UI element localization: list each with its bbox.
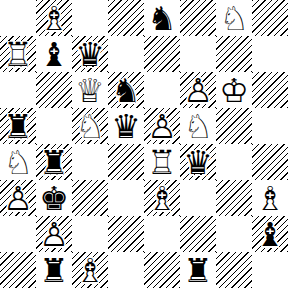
white-knight-a4-fill: ♞ bbox=[0, 144, 36, 180]
square-g8[interactable]: ♞♘ bbox=[216, 0, 252, 36]
square-d3[interactable] bbox=[108, 180, 144, 216]
black-king-b3: ♚ bbox=[36, 180, 72, 216]
white-knight-c5: ♘ bbox=[72, 108, 108, 144]
black-rook-a5: ♜ bbox=[0, 108, 36, 144]
square-d1[interactable] bbox=[108, 252, 144, 288]
white-pawn-e5-fill: ♟ bbox=[144, 108, 180, 144]
square-g5[interactable] bbox=[216, 108, 252, 144]
white-bishop-b8: ♗ bbox=[36, 0, 72, 36]
square-d6[interactable]: ♞ bbox=[108, 72, 144, 108]
square-f2[interactable] bbox=[180, 216, 216, 252]
square-b4[interactable]: ♜ bbox=[36, 144, 72, 180]
square-b3[interactable]: ♚ bbox=[36, 180, 72, 216]
square-e2[interactable] bbox=[144, 216, 180, 252]
square-a8[interactable] bbox=[0, 0, 36, 36]
square-a2[interactable] bbox=[0, 216, 36, 252]
square-a4[interactable]: ♞♘ bbox=[0, 144, 36, 180]
square-g1[interactable] bbox=[216, 252, 252, 288]
black-knight-e8: ♞ bbox=[144, 0, 180, 36]
square-b7[interactable]: ♝ bbox=[36, 36, 72, 72]
square-h4[interactable] bbox=[252, 144, 288, 180]
square-g3[interactable] bbox=[216, 180, 252, 216]
black-bishop-b7: ♝ bbox=[36, 36, 72, 72]
square-d8[interactable] bbox=[108, 0, 144, 36]
square-f4[interactable]: ♛ bbox=[180, 144, 216, 180]
white-bishop-c1: ♗ bbox=[72, 252, 108, 288]
square-g6[interactable]: ♚♔ bbox=[216, 72, 252, 108]
square-b6[interactable] bbox=[36, 72, 72, 108]
square-f3[interactable] bbox=[180, 180, 216, 216]
square-f7[interactable] bbox=[180, 36, 216, 72]
square-c8[interactable] bbox=[72, 0, 108, 36]
white-queen-c6: ♕ bbox=[72, 72, 108, 108]
square-e5[interactable]: ♟♙ bbox=[144, 108, 180, 144]
square-d2[interactable] bbox=[108, 216, 144, 252]
white-bishop-h3: ♗ bbox=[252, 180, 288, 216]
white-rook-e4-fill: ♜ bbox=[144, 144, 180, 180]
square-b5[interactable] bbox=[36, 108, 72, 144]
chess-board: ♝♗♞♞♘♜♖♝♛♛♕♞♟♙♚♔♜♞♘♛♟♙♞♘♞♘♜♜♖♛♟♙♚♝♗♝♗♟♙♝… bbox=[0, 0, 288, 288]
black-queen-c7: ♛ bbox=[72, 36, 108, 72]
black-knight-d6: ♞ bbox=[108, 72, 144, 108]
square-h1[interactable] bbox=[252, 252, 288, 288]
square-c6[interactable]: ♛♕ bbox=[72, 72, 108, 108]
square-e6[interactable] bbox=[144, 72, 180, 108]
square-f6[interactable]: ♟♙ bbox=[180, 72, 216, 108]
square-c7[interactable]: ♛ bbox=[72, 36, 108, 72]
square-h6[interactable] bbox=[252, 72, 288, 108]
square-e7[interactable] bbox=[144, 36, 180, 72]
white-pawn-f6-fill: ♟ bbox=[180, 72, 216, 108]
square-e8[interactable]: ♞ bbox=[144, 0, 180, 36]
white-bishop-e3-fill: ♝ bbox=[144, 180, 180, 216]
square-a3[interactable]: ♟♙ bbox=[0, 180, 36, 216]
square-a1[interactable] bbox=[0, 252, 36, 288]
square-d5[interactable]: ♛ bbox=[108, 108, 144, 144]
square-e1[interactable] bbox=[144, 252, 180, 288]
square-b2[interactable]: ♟♙ bbox=[36, 216, 72, 252]
black-rook-f1: ♜ bbox=[180, 252, 216, 288]
square-b8[interactable]: ♝♗ bbox=[36, 0, 72, 36]
square-d4[interactable] bbox=[108, 144, 144, 180]
white-knight-g8-fill: ♞ bbox=[216, 0, 252, 36]
square-h5[interactable] bbox=[252, 108, 288, 144]
white-bishop-b8-fill: ♝ bbox=[36, 0, 72, 36]
square-c1[interactable]: ♝♗ bbox=[72, 252, 108, 288]
white-pawn-e5: ♙ bbox=[144, 108, 180, 144]
white-pawn-b2-fill: ♟ bbox=[36, 216, 72, 252]
white-pawn-f6: ♙ bbox=[180, 72, 216, 108]
black-rook-b4: ♜ bbox=[36, 144, 72, 180]
black-queen-d5: ♛ bbox=[108, 108, 144, 144]
white-bishop-h3-fill: ♝ bbox=[252, 180, 288, 216]
square-e4[interactable]: ♜♖ bbox=[144, 144, 180, 180]
square-a7[interactable]: ♜♖ bbox=[0, 36, 36, 72]
white-knight-f5-fill: ♞ bbox=[180, 108, 216, 144]
square-a6[interactable] bbox=[0, 72, 36, 108]
white-pawn-a3-fill: ♟ bbox=[0, 180, 36, 216]
square-f5[interactable]: ♞♘ bbox=[180, 108, 216, 144]
white-rook-a7: ♖ bbox=[0, 36, 36, 72]
square-a5[interactable]: ♜ bbox=[0, 108, 36, 144]
black-rook-b1: ♜ bbox=[36, 252, 72, 288]
square-h8[interactable] bbox=[252, 0, 288, 36]
square-h3[interactable]: ♝♗ bbox=[252, 180, 288, 216]
white-knight-g8: ♘ bbox=[216, 0, 252, 36]
square-g4[interactable] bbox=[216, 144, 252, 180]
black-bishop-h2: ♝ bbox=[252, 216, 288, 252]
white-bishop-c1-fill: ♝ bbox=[72, 252, 108, 288]
square-e3[interactable]: ♝♗ bbox=[144, 180, 180, 216]
black-queen-f4: ♛ bbox=[180, 144, 216, 180]
white-knight-a4: ♘ bbox=[0, 144, 36, 180]
white-pawn-a3: ♙ bbox=[0, 180, 36, 216]
white-rook-e4: ♖ bbox=[144, 144, 180, 180]
square-g7[interactable] bbox=[216, 36, 252, 72]
white-king-g6: ♔ bbox=[216, 72, 252, 108]
square-c2[interactable] bbox=[72, 216, 108, 252]
square-b1[interactable]: ♜ bbox=[36, 252, 72, 288]
square-h7[interactable] bbox=[252, 36, 288, 72]
square-d7[interactable] bbox=[108, 36, 144, 72]
white-king-g6-fill: ♚ bbox=[216, 72, 252, 108]
white-rook-a7-fill: ♜ bbox=[0, 36, 36, 72]
white-queen-c6-fill: ♛ bbox=[72, 72, 108, 108]
square-h2[interactable]: ♝ bbox=[252, 216, 288, 252]
square-c5[interactable]: ♞♘ bbox=[72, 108, 108, 144]
square-c3[interactable] bbox=[72, 180, 108, 216]
square-c4[interactable] bbox=[72, 144, 108, 180]
white-pawn-b2: ♙ bbox=[36, 216, 72, 252]
white-knight-c5-fill: ♞ bbox=[72, 108, 108, 144]
square-g2[interactable] bbox=[216, 216, 252, 252]
square-f8[interactable] bbox=[180, 0, 216, 36]
white-knight-f5: ♘ bbox=[180, 108, 216, 144]
square-f1[interactable]: ♜ bbox=[180, 252, 216, 288]
white-bishop-e3: ♗ bbox=[144, 180, 180, 216]
